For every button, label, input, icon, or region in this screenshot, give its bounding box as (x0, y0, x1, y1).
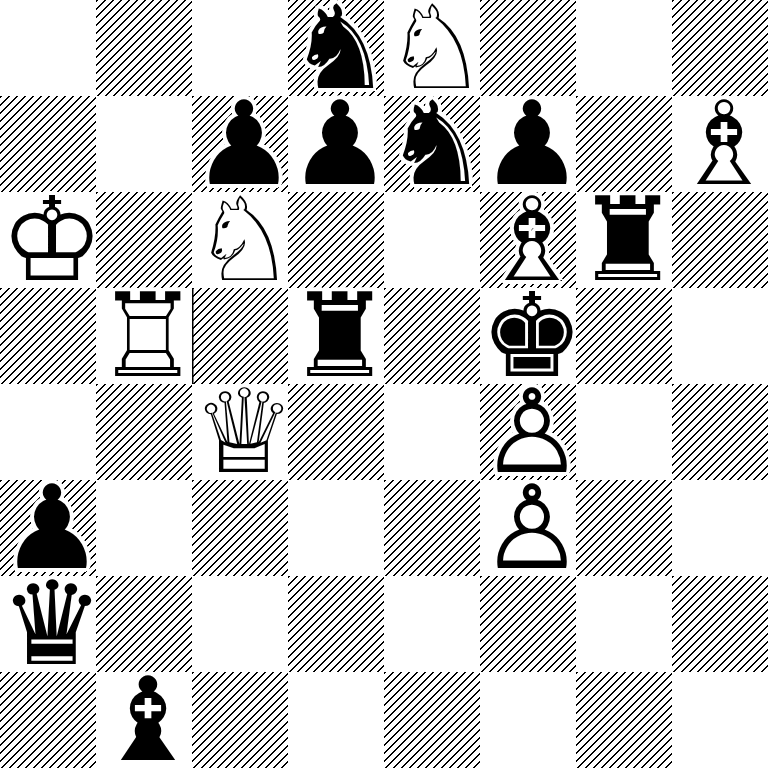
white-pawn-glyph: ♙ (480, 480, 584, 576)
black-pawn-glyph: ♟ (192, 96, 296, 192)
black-rook-glyph: ♜ (288, 288, 392, 384)
square-e3[interactable] (384, 480, 480, 576)
piece-halo: ♜ (96, 288, 200, 384)
piece-halo: ♛ (0, 576, 104, 672)
black-knight[interactable]: ♞♞ (288, 0, 384, 96)
square-g2[interactable] (576, 576, 672, 672)
white-queen-glyph: ♕ (192, 384, 296, 480)
square-b2[interactable] (96, 576, 192, 672)
chess-board: ♞♞♞♘♟♟♟♟♞♞♟♟♝♗♚♔♞♘♝♗♜♜♜♖♜♜♚♚♛♕♟♙♟♟♟♙♛♛♝♝ (0, 0, 768, 768)
black-king[interactable]: ♚♚ (480, 288, 576, 384)
square-b7[interactable] (96, 96, 192, 192)
square-a4[interactable] (0, 384, 96, 480)
square-e4[interactable] (384, 384, 480, 480)
square-f7[interactable]: ♟♟ (480, 96, 576, 192)
square-b8[interactable] (96, 0, 192, 96)
square-d4[interactable] (288, 384, 384, 480)
square-a6[interactable]: ♚♔ (0, 192, 96, 288)
white-bishop-glyph: ♗ (480, 192, 584, 288)
square-c8[interactable] (192, 0, 288, 96)
square-a8[interactable] (0, 0, 96, 96)
black-bishop-glyph: ♝ (96, 672, 200, 768)
piece-halo: ♟ (480, 384, 584, 480)
square-b3[interactable] (96, 480, 192, 576)
black-queen[interactable]: ♛♛ (0, 576, 96, 672)
piece-halo: ♟ (288, 96, 392, 192)
piece-halo: ♝ (96, 672, 200, 768)
piece-halo: ♞ (288, 0, 392, 96)
square-c1[interactable] (192, 672, 288, 768)
piece-halo: ♝ (480, 192, 584, 288)
white-bishop[interactable]: ♝♗ (480, 192, 576, 288)
square-f4[interactable]: ♟♙ (480, 384, 576, 480)
black-bishop[interactable]: ♝♝ (96, 672, 192, 768)
black-rook[interactable]: ♜♜ (576, 192, 672, 288)
square-g5[interactable] (576, 288, 672, 384)
black-rook[interactable]: ♜♜ (288, 288, 384, 384)
black-pawn-glyph: ♟ (0, 480, 104, 576)
white-rook[interactable]: ♜♖ (96, 288, 192, 384)
black-pawn[interactable]: ♟♟ (0, 480, 96, 576)
white-bishop[interactable]: ♝♗ (672, 96, 768, 192)
square-d7[interactable]: ♟♟ (288, 96, 384, 192)
square-g8[interactable] (576, 0, 672, 96)
square-h8[interactable] (672, 0, 768, 96)
piece-halo: ♟ (0, 480, 104, 576)
square-a2[interactable]: ♛♛ (0, 576, 96, 672)
black-knight-glyph: ♞ (384, 96, 488, 192)
square-g1[interactable] (576, 672, 672, 768)
square-h2[interactable] (672, 576, 768, 672)
piece-halo: ♛ (192, 384, 296, 480)
black-knight-glyph: ♞ (288, 0, 392, 96)
white-knight-glyph: ♘ (384, 0, 488, 96)
square-h1[interactable] (672, 672, 768, 768)
square-f2[interactable] (480, 576, 576, 672)
white-bishop-glyph: ♗ (672, 96, 768, 192)
square-a3[interactable]: ♟♟ (0, 480, 96, 576)
white-pawn[interactable]: ♟♙ (480, 384, 576, 480)
square-c2[interactable] (192, 576, 288, 672)
piece-halo: ♜ (576, 192, 680, 288)
square-h5[interactable] (672, 288, 768, 384)
piece-halo: ♚ (0, 192, 104, 288)
white-knight[interactable]: ♞♘ (192, 192, 288, 288)
square-b5[interactable]: ♜♖ (96, 288, 192, 384)
square-h4[interactable] (672, 384, 768, 480)
black-queen-glyph: ♛ (0, 576, 104, 672)
square-h7[interactable]: ♝♗ (672, 96, 768, 192)
square-c6[interactable]: ♞♘ (192, 192, 288, 288)
square-e2[interactable] (384, 576, 480, 672)
piece-halo: ♜ (288, 288, 392, 384)
piece-halo: ♟ (192, 96, 296, 192)
black-pawn-glyph: ♟ (288, 96, 392, 192)
square-d1[interactable] (288, 672, 384, 768)
square-f5[interactable]: ♚♚ (480, 288, 576, 384)
square-c7[interactable]: ♟♟ (192, 96, 288, 192)
white-pawn[interactable]: ♟♙ (480, 480, 576, 576)
piece-halo: ♝ (672, 96, 768, 192)
black-king-glyph: ♚ (480, 288, 584, 384)
square-c3[interactable] (192, 480, 288, 576)
black-pawn[interactable]: ♟♟ (480, 96, 576, 192)
square-c4[interactable]: ♛♕ (192, 384, 288, 480)
square-a7[interactable] (0, 96, 96, 192)
square-g7[interactable] (576, 96, 672, 192)
square-g4[interactable] (576, 384, 672, 480)
square-d6[interactable] (288, 192, 384, 288)
square-b6[interactable] (96, 192, 192, 288)
piece-halo: ♞ (384, 96, 488, 192)
square-e8[interactable]: ♞♘ (384, 0, 480, 96)
square-c5[interactable] (192, 288, 288, 384)
square-a5[interactable] (0, 288, 96, 384)
square-d3[interactable] (288, 480, 384, 576)
white-knight-glyph: ♘ (192, 192, 296, 288)
square-d5[interactable]: ♜♜ (288, 288, 384, 384)
black-knight[interactable]: ♞♞ (384, 96, 480, 192)
piece-halo: ♚ (480, 288, 584, 384)
black-pawn[interactable]: ♟♟ (288, 96, 384, 192)
square-b1[interactable]: ♝♝ (96, 672, 192, 768)
white-king[interactable]: ♚♔ (0, 192, 96, 288)
white-queen[interactable]: ♛♕ (192, 384, 288, 480)
square-h3[interactable] (672, 480, 768, 576)
square-f3[interactable]: ♟♙ (480, 480, 576, 576)
white-knight[interactable]: ♞♘ (384, 0, 480, 96)
square-f8[interactable] (480, 0, 576, 96)
black-pawn-glyph: ♟ (480, 96, 584, 192)
white-pawn-glyph: ♙ (480, 384, 584, 480)
piece-halo: ♟ (480, 96, 584, 192)
black-rook-glyph: ♜ (576, 192, 680, 288)
square-e7[interactable]: ♞♞ (384, 96, 480, 192)
piece-halo: ♞ (192, 192, 296, 288)
white-rook-glyph: ♖ (96, 288, 200, 384)
square-f1[interactable] (480, 672, 576, 768)
square-e6[interactable] (384, 192, 480, 288)
white-king-glyph: ♔ (0, 192, 104, 288)
square-g6[interactable]: ♜♜ (576, 192, 672, 288)
square-f6[interactable]: ♝♗ (480, 192, 576, 288)
square-b4[interactable] (96, 384, 192, 480)
square-d2[interactable] (288, 576, 384, 672)
piece-halo: ♟ (480, 480, 584, 576)
black-pawn[interactable]: ♟♟ (192, 96, 288, 192)
square-h6[interactable] (672, 192, 768, 288)
piece-halo: ♞ (384, 0, 488, 96)
square-e5[interactable] (384, 288, 480, 384)
square-d8[interactable]: ♞♞ (288, 0, 384, 96)
square-a1[interactable] (0, 672, 96, 768)
square-g3[interactable] (576, 480, 672, 576)
square-e1[interactable] (384, 672, 480, 768)
